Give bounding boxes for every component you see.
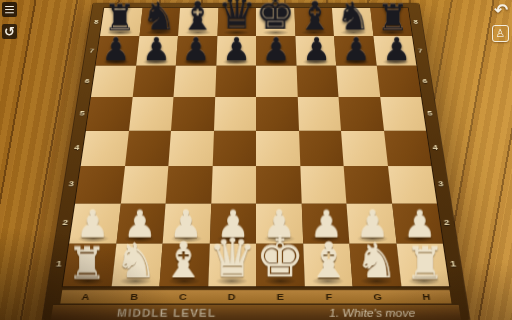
square-g3[interactable]	[344, 166, 392, 204]
rank-label-7-right: 7	[415, 47, 426, 53]
file-label-a: A	[60, 290, 110, 304]
chess-app-screen: ♜♞♝♛♚♝♞♜♟♟♟♟♟♟♟♟♟♟♟♟♟♟♟♟♜♞♝♛♚♝♞♜ 8877665…	[0, 0, 512, 320]
square-b3[interactable]	[120, 166, 168, 204]
square-f6[interactable]	[296, 66, 338, 97]
square-e5[interactable]	[256, 97, 299, 130]
board-scene: ♜♞♝♛♚♝♞♜♟♟♟♟♟♟♟♟♟♟♟♟♟♟♟♟♜♞♝♛♚♝♞♜ 8877665…	[0, 0, 512, 320]
square-d5[interactable]	[214, 97, 257, 130]
square-a5[interactable]	[86, 97, 132, 130]
board-front-face: MIDDLE LEVEL 1. White's move	[51, 304, 462, 320]
file-label-b: B	[109, 290, 159, 304]
square-c6[interactable]	[173, 66, 215, 97]
hamburger-menu-icon	[5, 6, 14, 14]
rank-label-8-left: 8	[91, 18, 102, 24]
square-f3[interactable]	[300, 166, 347, 204]
square-a3[interactable]	[75, 166, 124, 204]
square-a4[interactable]	[81, 131, 129, 166]
square-d6[interactable]	[215, 66, 256, 97]
square-e4[interactable]	[256, 131, 300, 166]
rank-label-5-right: 5	[424, 110, 436, 117]
move-status-label: 1. White's move	[329, 307, 416, 319]
rank-label-6-left: 6	[81, 77, 93, 84]
square-b6[interactable]	[132, 66, 176, 97]
square-h3[interactable]	[387, 166, 436, 204]
square-c5[interactable]	[171, 97, 215, 130]
square-b5[interactable]	[129, 97, 174, 130]
file-labels: ABCDEFGH	[60, 289, 452, 304]
file-label-f: F	[304, 290, 353, 304]
rank-label-5-left: 5	[76, 110, 88, 117]
file-label-c: C	[158, 290, 207, 304]
square-e6[interactable]	[256, 66, 297, 97]
rank-label-4-left: 4	[71, 144, 83, 152]
square-h7[interactable]: ♟	[373, 36, 416, 66]
square-h1[interactable]: ♜	[396, 244, 449, 287]
chess-board: ♜♞♝♛♚♝♞♜♟♟♟♟♟♟♟♟♟♟♟♟♟♟♟♟♜♞♝♛♚♝♞♜	[63, 8, 449, 286]
rank-label-4-right: 4	[429, 144, 441, 152]
square-d4[interactable]	[212, 131, 256, 166]
square-a1[interactable]: ♜	[63, 244, 116, 287]
square-f4[interactable]	[299, 131, 344, 166]
piece-white-rook[interactable]: ♜	[392, 242, 458, 284]
square-c3[interactable]	[166, 166, 213, 204]
file-label-e: E	[256, 290, 305, 304]
rotate-board-button[interactable]: ↺	[2, 24, 17, 39]
undo-arrow-icon: ↶	[494, 0, 508, 20]
piece-white-rook[interactable]: ♜	[54, 242, 120, 284]
square-a6[interactable]	[91, 66, 136, 97]
square-g5[interactable]	[339, 97, 384, 130]
file-label-h: H	[401, 290, 451, 304]
chess-board-frame: ♜♞♝♛♚♝♞♜♟♟♟♟♟♟♟♟♟♟♟♟♟♟♟♟♜♞♝♛♚♝♞♜ 8877665…	[42, 3, 469, 320]
rank-label-7-left: 7	[86, 47, 97, 53]
file-label-d: D	[207, 290, 256, 304]
square-g6[interactable]	[336, 66, 380, 97]
square-e3[interactable]	[256, 166, 301, 204]
piece-style-button[interactable]: ♙	[492, 25, 509, 42]
square-c4[interactable]	[168, 131, 213, 166]
square-h6[interactable]	[376, 66, 421, 97]
square-h4[interactable]	[384, 131, 432, 166]
menu-button[interactable]	[2, 2, 17, 17]
pawn-icon: ♙	[496, 27, 506, 40]
square-g4[interactable]	[341, 131, 387, 166]
file-label-g: G	[353, 290, 403, 304]
square-d3[interactable]	[211, 166, 256, 204]
rank-label-6-right: 6	[419, 77, 431, 84]
square-f5[interactable]	[297, 97, 341, 130]
difficulty-level-label: MIDDLE LEVEL	[117, 307, 217, 318]
undo-move-button[interactable]: ↶	[492, 1, 510, 19]
rank-label-8-right: 8	[410, 18, 421, 24]
square-h5[interactable]	[380, 97, 426, 130]
square-b4[interactable]	[125, 131, 171, 166]
rank-label-3-left: 3	[65, 180, 78, 188]
rank-label-3-right: 3	[434, 180, 447, 188]
rotate-icon: ↺	[4, 25, 15, 38]
